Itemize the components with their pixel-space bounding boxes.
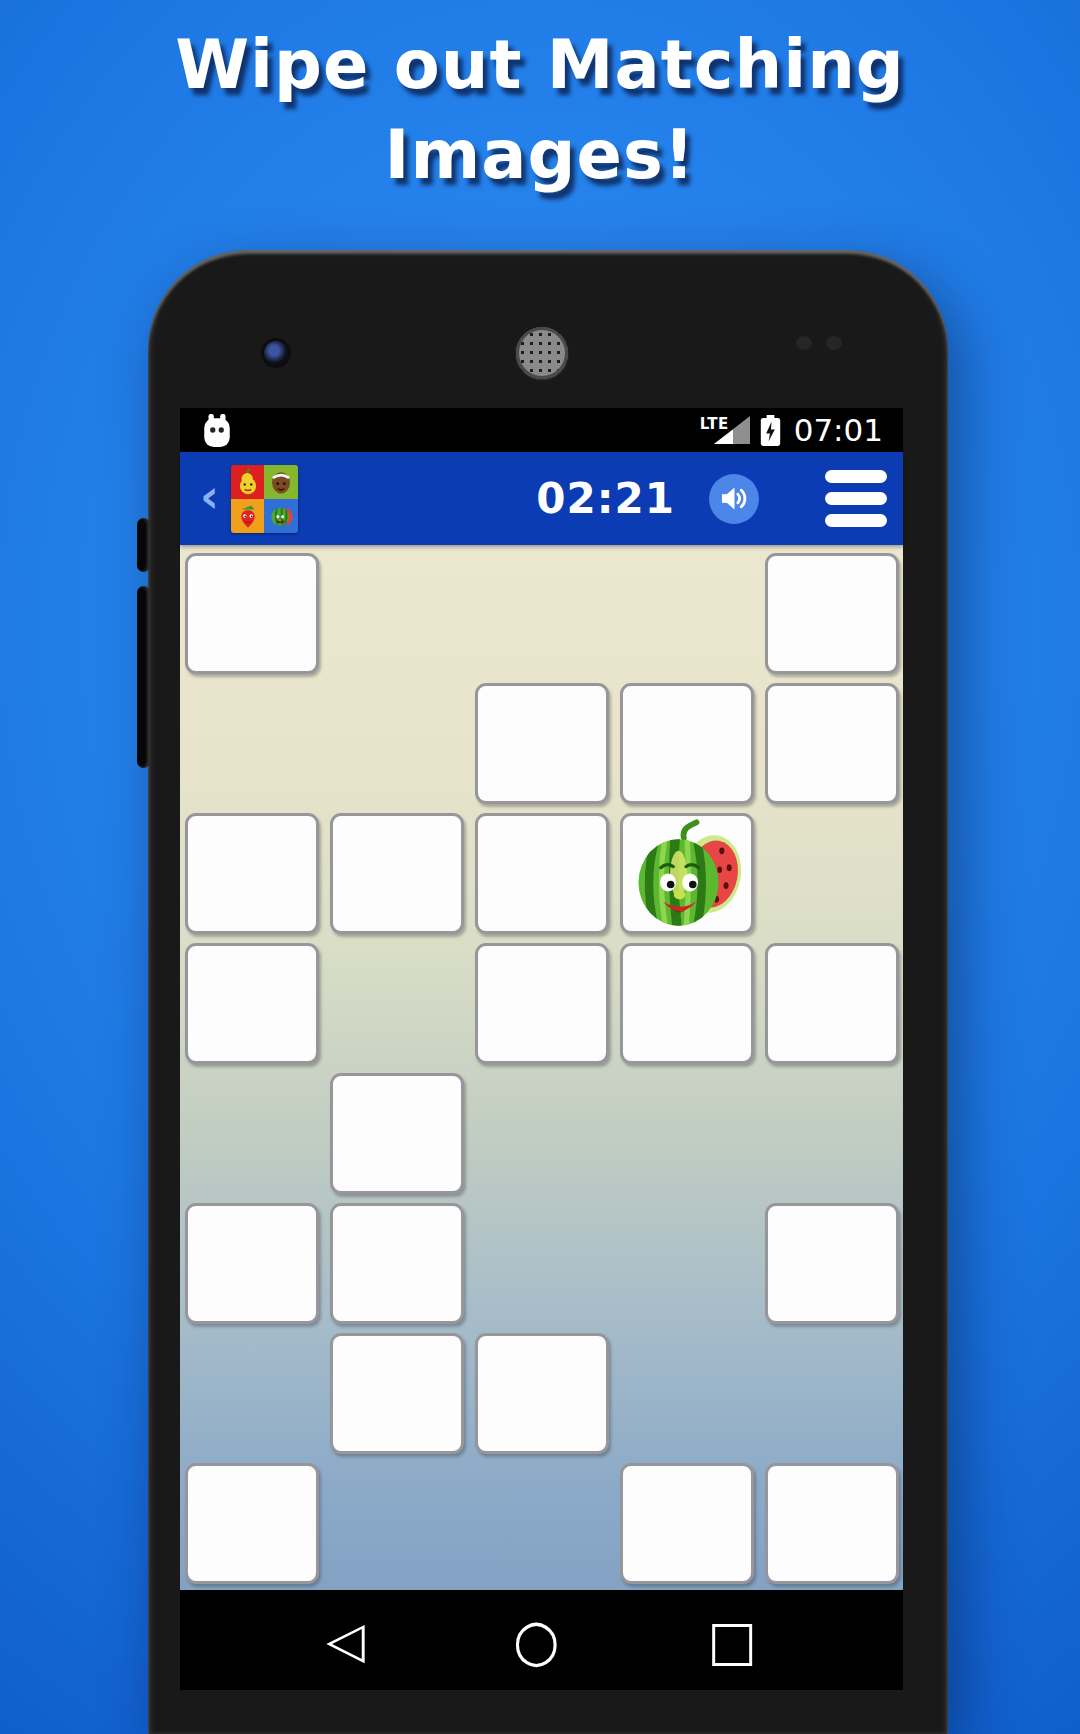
card-face-down[interactable] — [185, 813, 319, 934]
card-face-down[interactable] — [475, 943, 609, 1064]
front-camera — [264, 341, 288, 365]
app-header: ‹ — [180, 452, 903, 545]
timer-label: 02:21 — [536, 474, 675, 523]
card-watermelon-revealed[interactable] — [620, 813, 754, 934]
card-face-down[interactable] — [765, 1203, 899, 1324]
sound-button[interactable] — [709, 474, 759, 524]
page-title: Wipe out Matching Images! — [0, 20, 1080, 201]
phone-frame: LTE 07:01 ‹ — [148, 250, 948, 1734]
hamburger-bar — [825, 470, 887, 483]
nav-home-button[interactable]: ○ — [513, 1611, 560, 1669]
android-robot-icon — [202, 413, 232, 447]
card-face-down[interactable] — [475, 813, 609, 934]
card-face-down[interactable] — [330, 1073, 464, 1194]
menu-button[interactable] — [825, 470, 887, 527]
game-board — [180, 545, 903, 1590]
card-face-down[interactable] — [330, 1333, 464, 1454]
proximity-sensor — [796, 336, 812, 350]
page-title-line1: Wipe out Matching — [0, 20, 1080, 110]
app-logo — [231, 465, 298, 533]
card-face-down[interactable] — [765, 1463, 899, 1584]
card-face-down[interactable] — [620, 1463, 754, 1584]
card-face-down[interactable] — [185, 553, 319, 674]
card-face-down[interactable] — [765, 943, 899, 1064]
card-face-down[interactable] — [620, 943, 754, 1064]
power-button — [137, 518, 150, 572]
card-face-down[interactable] — [185, 1203, 319, 1324]
app-logo-coconut-quadrant — [264, 465, 298, 499]
light-sensor — [826, 336, 842, 350]
speaker-icon — [721, 485, 748, 512]
status-time: 07:01 — [794, 412, 883, 448]
android-nav-bar: ◁ ○ □ — [180, 1590, 903, 1690]
card-face-down[interactable] — [330, 1203, 464, 1324]
hamburger-bar — [825, 492, 887, 505]
watermelon-icon — [629, 819, 745, 929]
card-face-down[interactable] — [475, 1333, 609, 1454]
status-bar-right: LTE 07:01 — [700, 412, 883, 448]
app-logo-strawberry-quadrant — [231, 499, 265, 533]
app-logo-watermelon-quadrant — [264, 499, 298, 533]
battery-charging-icon — [760, 415, 781, 446]
card-face-down[interactable] — [765, 683, 899, 804]
card-face-down[interactable] — [620, 683, 754, 804]
page-title-line2: Images! — [0, 110, 1080, 200]
card-face-down[interactable] — [185, 1463, 319, 1584]
card-face-down[interactable] — [185, 943, 319, 1064]
phone-screen: LTE 07:01 ‹ — [180, 408, 903, 1690]
hamburger-bar — [825, 514, 887, 527]
card-face-down[interactable] — [330, 813, 464, 934]
nav-back-button[interactable]: ◁ — [326, 1615, 364, 1665]
earpiece-speaker-grille — [516, 327, 568, 379]
volume-rocker — [137, 586, 150, 768]
status-bar: LTE 07:01 — [180, 408, 903, 452]
watermelon-stem — [683, 822, 696, 838]
back-chevron-icon[interactable]: ‹ — [200, 473, 219, 519]
signal-triangle-icon — [714, 416, 750, 444]
nav-recents-button[interactable]: □ — [707, 1613, 756, 1668]
app-logo-pear-quadrant — [231, 465, 265, 499]
card-face-down[interactable] — [475, 683, 609, 804]
card-face-down[interactable] — [765, 553, 899, 674]
signal-strength-icon: LTE — [700, 414, 750, 446]
